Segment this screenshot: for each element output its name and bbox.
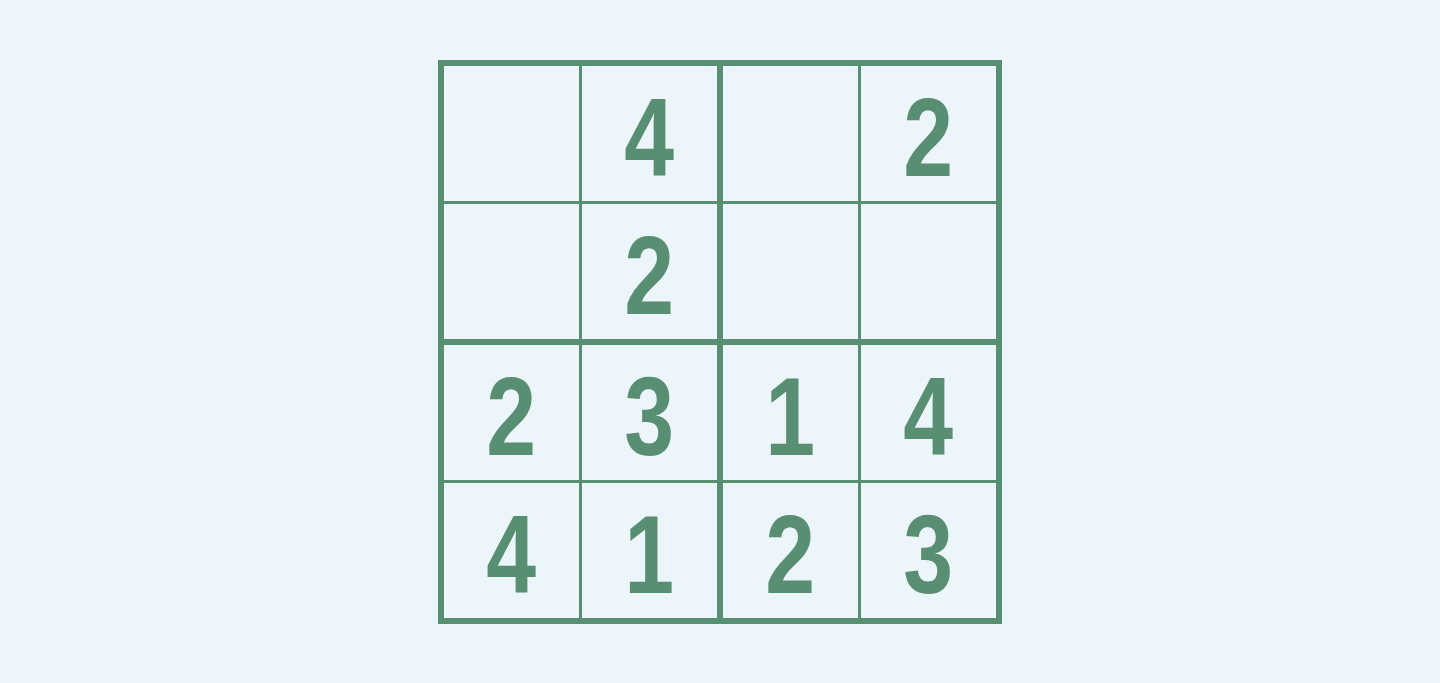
cell-r3c2: 3 xyxy=(582,345,717,480)
box-bottom-left: 2 3 4 1 xyxy=(444,345,717,618)
cell-r4c1: 4 xyxy=(444,483,579,618)
cell-r1c4: 2 xyxy=(861,66,996,201)
cell-value: 2 xyxy=(766,499,816,611)
cell-r4c2: 1 xyxy=(582,483,717,618)
cell-value: 1 xyxy=(766,361,816,473)
cell-value: 1 xyxy=(625,499,675,611)
cell-value: 2 xyxy=(904,82,954,194)
sudoku-board: 4 2 2 2 3 4 1 1 4 2 3 xyxy=(438,60,1002,624)
cell-value: 4 xyxy=(487,499,537,611)
cell-r3c3: 1 xyxy=(723,345,858,480)
cell-value: 2 xyxy=(625,220,675,332)
cell-r2c3[interactable] xyxy=(723,204,858,339)
box-top-left: 4 2 xyxy=(444,66,717,339)
cell-r1c2: 4 xyxy=(582,66,717,201)
cell-r3c4: 4 xyxy=(861,345,996,480)
cell-value: 3 xyxy=(904,499,954,611)
cell-r1c3[interactable] xyxy=(723,66,858,201)
box-top-right: 2 xyxy=(723,66,996,339)
cell-value: 4 xyxy=(625,82,675,194)
cell-value: 4 xyxy=(904,361,954,473)
cell-r3c1: 2 xyxy=(444,345,579,480)
cell-value: 2 xyxy=(487,361,537,473)
cell-value: 3 xyxy=(625,361,675,473)
cell-r4c3: 2 xyxy=(723,483,858,618)
cell-r2c2: 2 xyxy=(582,204,717,339)
cell-r2c1[interactable] xyxy=(444,204,579,339)
cell-r1c1[interactable] xyxy=(444,66,579,201)
cell-r4c4: 3 xyxy=(861,483,996,618)
cell-r2c4[interactable] xyxy=(861,204,996,339)
box-bottom-right: 1 4 2 3 xyxy=(723,345,996,618)
